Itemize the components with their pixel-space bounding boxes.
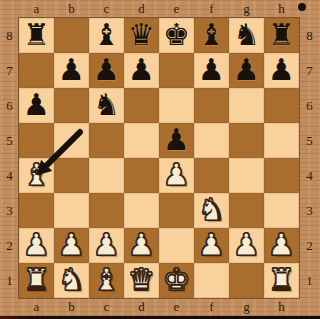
square-b8[interactable] — [54, 18, 89, 53]
square-c7[interactable]: ♟ — [89, 53, 124, 88]
white-pawn-c2[interactable]: ♟ — [89, 227, 124, 262]
rank-label-left-5: 5 — [0, 123, 19, 158]
rank-label-right-5: 5 — [299, 123, 320, 158]
white-pawn-e4[interactable]: ♟ — [159, 157, 194, 192]
file-label-top-c: c — [89, 0, 124, 18]
rank-label-right-4: 4 — [299, 158, 320, 193]
square-a5[interactable] — [19, 123, 54, 158]
file-label-top-d: d — [124, 0, 159, 18]
rank-label-left-3: 3 — [0, 193, 19, 228]
square-f2[interactable]: ♟ — [194, 228, 229, 263]
square-b3[interactable] — [54, 193, 89, 228]
square-g7[interactable]: ♟ — [229, 53, 264, 88]
square-f6[interactable] — [194, 88, 229, 123]
square-g8[interactable]: ♞ — [229, 18, 264, 53]
black-pawn-h7[interactable]: ♟ — [264, 52, 299, 87]
black-bishop-c8[interactable]: ♝ — [89, 17, 124, 52]
square-a1[interactable]: ♜ — [19, 263, 54, 298]
square-f5[interactable] — [194, 123, 229, 158]
rank-label-right-3: 3 — [299, 193, 320, 228]
square-g2[interactable]: ♟ — [229, 228, 264, 263]
rank-label-left-8: 8 — [0, 18, 19, 53]
square-d1[interactable]: ♛ — [124, 263, 159, 298]
square-c1[interactable]: ♝ — [89, 263, 124, 298]
rank-label-right-1: 1 — [299, 263, 320, 298]
file-label-top-h: h — [264, 0, 299, 18]
square-e5[interactable]: ♟ — [159, 123, 194, 158]
square-g3[interactable] — [229, 193, 264, 228]
square-a3[interactable] — [19, 193, 54, 228]
rank-label-right-6: 6 — [299, 88, 320, 123]
white-pawn-f2[interactable]: ♟ — [194, 227, 229, 262]
rank-label-right-7: 7 — [299, 53, 320, 88]
rank-label-left-6: 6 — [0, 88, 19, 123]
chess-diagram: abcdefgh 87654321 87654321 abcdefgh ♜♝♛♚… — [0, 0, 320, 319]
square-a8[interactable]: ♜ — [19, 18, 54, 53]
rank-labels-right: 87654321 — [299, 18, 320, 298]
square-b7[interactable]: ♟ — [54, 53, 89, 88]
square-g5[interactable] — [229, 123, 264, 158]
black-to-move-dot — [298, 3, 306, 11]
square-b2[interactable]: ♟ — [54, 228, 89, 263]
square-c8[interactable]: ♝ — [89, 18, 124, 53]
black-pawn-d7[interactable]: ♟ — [124, 52, 159, 87]
square-b4[interactable] — [54, 158, 89, 193]
square-d2[interactable]: ♟ — [124, 228, 159, 263]
black-pawn-b7[interactable]: ♟ — [54, 52, 89, 87]
file-labels-top: abcdefgh — [19, 0, 299, 18]
square-b1[interactable]: ♞ — [54, 263, 89, 298]
black-king-e8[interactable]: ♚ — [159, 17, 194, 52]
square-b6[interactable] — [54, 88, 89, 123]
black-pawn-e5[interactable]: ♟ — [159, 122, 194, 157]
rank-labels-left: 87654321 — [0, 18, 19, 298]
square-d7[interactable]: ♟ — [124, 53, 159, 88]
square-a7[interactable] — [19, 53, 54, 88]
rank-label-left-1: 1 — [0, 263, 19, 298]
square-h2[interactable]: ♟ — [264, 228, 299, 263]
white-pawn-d2[interactable]: ♟ — [124, 227, 159, 262]
square-h5[interactable] — [264, 123, 299, 158]
white-pawn-b2[interactable]: ♟ — [54, 227, 89, 262]
black-knight-g8[interactable]: ♞ — [229, 17, 264, 52]
square-a4[interactable]: ♝ — [19, 158, 54, 193]
square-d3[interactable] — [124, 193, 159, 228]
square-e4[interactable]: ♟ — [159, 158, 194, 193]
black-pawn-c7[interactable]: ♟ — [89, 52, 124, 87]
square-d6[interactable] — [124, 88, 159, 123]
square-g1[interactable] — [229, 263, 264, 298]
square-h3[interactable] — [264, 193, 299, 228]
square-h4[interactable] — [264, 158, 299, 193]
rank-label-left-2: 2 — [0, 228, 19, 263]
white-pawn-h2[interactable]: ♟ — [264, 227, 299, 262]
square-c6[interactable]: ♞ — [89, 88, 124, 123]
square-h6[interactable] — [264, 88, 299, 123]
white-bishop-a4[interactable]: ♝ — [19, 157, 54, 192]
white-bishop-c1[interactable]: ♝ — [89, 262, 124, 297]
rank-label-left-4: 4 — [0, 158, 19, 193]
file-label-top-b: b — [54, 0, 89, 18]
white-rook-a1[interactable]: ♜ — [19, 262, 54, 297]
black-rook-a8[interactable]: ♜ — [19, 17, 54, 52]
square-h1[interactable]: ♜ — [264, 263, 299, 298]
square-f1[interactable] — [194, 263, 229, 298]
rank-label-left-7: 7 — [0, 53, 19, 88]
square-d4[interactable] — [124, 158, 159, 193]
white-knight-b1[interactable]: ♞ — [54, 262, 89, 297]
black-pawn-f7[interactable]: ♟ — [194, 52, 229, 87]
file-label-top-e: e — [159, 0, 194, 18]
square-e2[interactable] — [159, 228, 194, 263]
square-b5[interactable] — [54, 123, 89, 158]
square-c5[interactable] — [89, 123, 124, 158]
square-a6[interactable]: ♟ — [19, 88, 54, 123]
square-d8[interactable]: ♛ — [124, 18, 159, 53]
black-queen-d8[interactable]: ♛ — [124, 17, 159, 52]
square-f8[interactable]: ♝ — [194, 18, 229, 53]
white-rook-h1[interactable]: ♜ — [264, 262, 299, 297]
white-pawn-g2[interactable]: ♟ — [229, 227, 264, 262]
black-knight-c6[interactable]: ♞ — [89, 87, 124, 122]
file-label-top-f: f — [194, 0, 229, 18]
rank-label-right-8: 8 — [299, 18, 320, 53]
black-bishop-f8[interactable]: ♝ — [194, 17, 229, 52]
square-c2[interactable]: ♟ — [89, 228, 124, 263]
square-h7[interactable]: ♟ — [264, 53, 299, 88]
square-c4[interactable] — [89, 158, 124, 193]
square-f3[interactable]: ♞ — [194, 193, 229, 228]
white-knight-f3[interactable]: ♞ — [194, 192, 229, 227]
white-queen-d1[interactable]: ♛ — [124, 262, 159, 297]
square-e3[interactable] — [159, 193, 194, 228]
black-rook-h8[interactable]: ♜ — [264, 17, 299, 52]
file-label-top-a: a — [19, 0, 54, 18]
square-d5[interactable] — [124, 123, 159, 158]
chess-board: ♜♝♛♚♝♞♜♟♟♟♟♟♟♟♞♟♝♟♞♟♟♟♟♟♟♟♜♞♝♛♚♜ — [19, 18, 299, 298]
black-pawn-a6[interactable]: ♟ — [19, 87, 54, 122]
square-e7[interactable] — [159, 53, 194, 88]
square-e6[interactable] — [159, 88, 194, 123]
square-g6[interactable] — [229, 88, 264, 123]
white-king-e1[interactable]: ♚ — [159, 262, 194, 297]
square-e1[interactable]: ♚ — [159, 263, 194, 298]
square-c3[interactable] — [89, 193, 124, 228]
square-a2[interactable]: ♟ — [19, 228, 54, 263]
rank-label-right-2: 2 — [299, 228, 320, 263]
square-g4[interactable] — [229, 158, 264, 193]
square-f4[interactable] — [194, 158, 229, 193]
square-e8[interactable]: ♚ — [159, 18, 194, 53]
square-h8[interactable]: ♜ — [264, 18, 299, 53]
black-pawn-g7[interactable]: ♟ — [229, 52, 264, 87]
white-pawn-a2[interactable]: ♟ — [19, 227, 54, 262]
file-label-top-g: g — [229, 0, 264, 18]
square-f7[interactable]: ♟ — [194, 53, 229, 88]
